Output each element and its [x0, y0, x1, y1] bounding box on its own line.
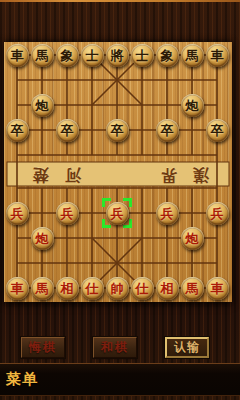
piece-black-炮[interactable]: 炮 — [181, 94, 204, 117]
piece-black-象[interactable]: 象 — [156, 44, 179, 67]
piece-black-馬[interactable]: 馬 — [31, 44, 54, 67]
piece-black-卒[interactable]: 卒 — [106, 119, 129, 142]
piece-red-馬[interactable]: 馬 — [31, 277, 54, 300]
piece-red-車[interactable]: 車 — [206, 277, 229, 300]
board-intersections: 車馬象士將士象馬車炮炮卒卒卒卒卒兵兵兵兵兵炮炮車馬相仕帥仕相馬車 — [5, 43, 230, 301]
piece-black-士[interactable]: 士 — [81, 44, 104, 67]
piece-red-兵[interactable]: 兵 — [106, 202, 129, 225]
piece-red-兵[interactable]: 兵 — [56, 202, 79, 225]
piece-red-車[interactable]: 車 — [6, 277, 29, 300]
menu-softkey[interactable]: 菜单 — [6, 370, 38, 389]
app-screen: 楚河 界漢 車馬象士將士象馬車炮炮卒卒卒卒卒兵兵兵兵兵炮炮車馬相仕帥仕相馬車 悔… — [0, 0, 240, 400]
softkey-bar: 菜单 — [0, 363, 240, 396]
undo-button[interactable]: 悔棋 — [21, 337, 65, 358]
piece-black-象[interactable]: 象 — [56, 44, 79, 67]
frame-top-edge — [0, 0, 240, 2]
piece-black-卒[interactable]: 卒 — [6, 119, 29, 142]
piece-red-炮[interactable]: 炮 — [181, 227, 204, 250]
piece-black-卒[interactable]: 卒 — [156, 119, 179, 142]
piece-red-兵[interactable]: 兵 — [206, 202, 229, 225]
piece-black-車[interactable]: 車 — [6, 44, 29, 67]
piece-red-帥[interactable]: 帥 — [106, 277, 129, 300]
piece-red-馬[interactable]: 馬 — [181, 277, 204, 300]
piece-black-車[interactable]: 車 — [206, 44, 229, 67]
piece-red-仕[interactable]: 仕 — [81, 277, 104, 300]
piece-black-卒[interactable]: 卒 — [206, 119, 229, 142]
resign-button[interactable]: 认输 — [165, 337, 209, 358]
piece-red-相[interactable]: 相 — [156, 277, 179, 300]
piece-black-馬[interactable]: 馬 — [181, 44, 204, 67]
draw-button[interactable]: 和棋 — [93, 337, 137, 358]
piece-red-兵[interactable]: 兵 — [156, 202, 179, 225]
piece-red-相[interactable]: 相 — [56, 277, 79, 300]
piece-black-炮[interactable]: 炮 — [31, 94, 54, 117]
piece-black-將[interactable]: 將 — [106, 44, 129, 67]
piece-red-仕[interactable]: 仕 — [131, 277, 154, 300]
xiangqi-board: 楚河 界漢 車馬象士將士象馬車炮炮卒卒卒卒卒兵兵兵兵兵炮炮車馬相仕帥仕相馬車 — [4, 42, 232, 302]
piece-black-卒[interactable]: 卒 — [56, 119, 79, 142]
piece-red-炮[interactable]: 炮 — [31, 227, 54, 250]
piece-black-士[interactable]: 士 — [131, 44, 154, 67]
piece-red-兵[interactable]: 兵 — [6, 202, 29, 225]
